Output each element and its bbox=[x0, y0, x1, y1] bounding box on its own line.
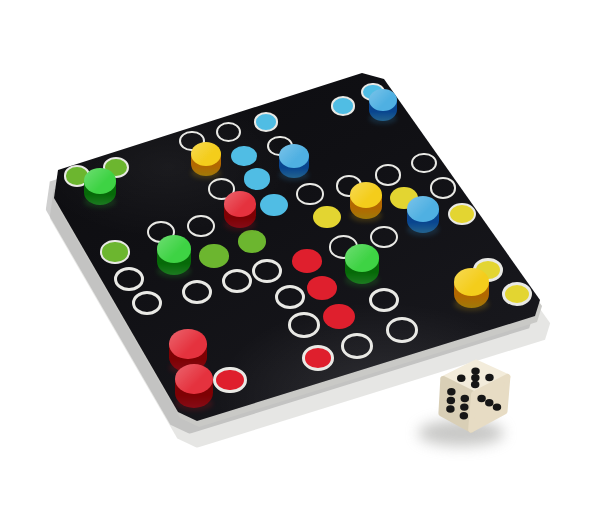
cell-r2[interactable] bbox=[187, 215, 215, 238]
die-pip bbox=[447, 388, 455, 395]
cell-r21[interactable] bbox=[369, 288, 400, 313]
die-pip bbox=[446, 405, 454, 412]
cell-r15[interactable] bbox=[430, 177, 457, 199]
cell-bR1-red[interactable] bbox=[213, 367, 247, 394]
cell-r31[interactable] bbox=[114, 267, 144, 291]
cell-r11[interactable] bbox=[296, 183, 323, 205]
cell-hR1-red[interactable] bbox=[323, 304, 354, 329]
die-pip bbox=[485, 374, 493, 381]
cell-bB1-blue[interactable] bbox=[331, 96, 355, 115]
cell-hB2-blue[interactable] bbox=[244, 168, 271, 189]
cell-r24-red[interactable] bbox=[302, 345, 335, 371]
pawn-green-track[interactable] bbox=[345, 244, 379, 271]
cell-r16-yellow[interactable] bbox=[448, 203, 476, 225]
die-pip bbox=[447, 397, 455, 404]
die-pip bbox=[471, 367, 479, 374]
cell-hB1-blue[interactable] bbox=[231, 146, 257, 167]
cell-r28[interactable] bbox=[222, 269, 252, 293]
pawn-yellow-base[interactable] bbox=[454, 268, 489, 296]
cell-hG2-green[interactable] bbox=[199, 244, 228, 267]
die[interactable] bbox=[424, 350, 520, 446]
cell-r22[interactable] bbox=[386, 317, 418, 343]
die-pip bbox=[471, 381, 479, 388]
cell-r14[interactable] bbox=[411, 153, 437, 174]
pawn-yellow-home[interactable] bbox=[350, 182, 382, 208]
pawn-green-base[interactable] bbox=[84, 168, 115, 193]
pawn-red-track[interactable] bbox=[224, 191, 256, 217]
cell-r25[interactable] bbox=[288, 312, 320, 337]
die-pip bbox=[460, 412, 468, 419]
cell-hR3-red[interactable] bbox=[292, 249, 322, 273]
cell-r26[interactable] bbox=[275, 285, 306, 310]
cell-hY3-yellow[interactable] bbox=[313, 206, 341, 228]
pawn-red-base-1[interactable] bbox=[169, 329, 206, 359]
cell-r27[interactable] bbox=[252, 259, 282, 283]
cell-r29[interactable] bbox=[182, 280, 213, 304]
pawn-green-home[interactable] bbox=[157, 235, 191, 262]
die-pip bbox=[493, 403, 501, 410]
die-pip bbox=[477, 395, 485, 402]
cell-r0-green[interactable] bbox=[100, 240, 129, 263]
cell-bY2-yellow[interactable] bbox=[502, 282, 533, 307]
cell-r8-blue[interactable] bbox=[254, 112, 279, 132]
cell-r7[interactable] bbox=[216, 122, 241, 142]
die-pip bbox=[485, 399, 493, 406]
pawn-blue-track-2[interactable] bbox=[407, 196, 439, 222]
cell-r23[interactable] bbox=[341, 333, 373, 359]
cell-hR2-red[interactable] bbox=[307, 276, 337, 300]
cell-r30[interactable] bbox=[132, 291, 163, 316]
die-pip bbox=[460, 403, 468, 410]
cell-r18[interactable] bbox=[370, 226, 399, 249]
die-pip bbox=[471, 374, 479, 381]
cell-r13[interactable] bbox=[375, 164, 402, 185]
photo-scene bbox=[0, 0, 600, 521]
die-pip bbox=[457, 374, 465, 381]
cell-hG3-green[interactable] bbox=[238, 230, 267, 253]
die-pip bbox=[461, 395, 469, 402]
cell-hB3-blue[interactable] bbox=[260, 194, 288, 216]
